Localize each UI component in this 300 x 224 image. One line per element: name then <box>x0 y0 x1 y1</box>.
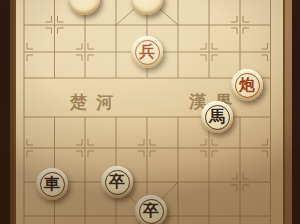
piece-black-chariot[interactable]: 車 <box>36 168 68 200</box>
piece-engraved-ring <box>135 0 160 12</box>
river-label-chu-he: 楚河 <box>70 91 122 114</box>
piece-red-cannon[interactable]: 炮 <box>231 69 263 101</box>
piece-character: 車 <box>44 176 60 192</box>
xiangqi-board-screenshot: 楚河 漢界 兵炮馬車卒卒 <box>0 0 300 224</box>
piece-character: 炮 <box>239 77 255 93</box>
piece-character: 卒 <box>143 203 159 219</box>
piece-black-horse[interactable]: 馬 <box>201 101 233 133</box>
piece-black-soldier-b[interactable]: 卒 <box>135 195 167 224</box>
piece-red-soldier[interactable]: 兵 <box>131 36 163 68</box>
piece-character: 卒 <box>109 174 125 190</box>
piece-engraved-ring <box>72 0 97 12</box>
piece-character: 兵 <box>139 44 155 60</box>
piece-black-soldier-a[interactable]: 卒 <box>101 166 133 198</box>
piece-character: 馬 <box>209 109 225 125</box>
